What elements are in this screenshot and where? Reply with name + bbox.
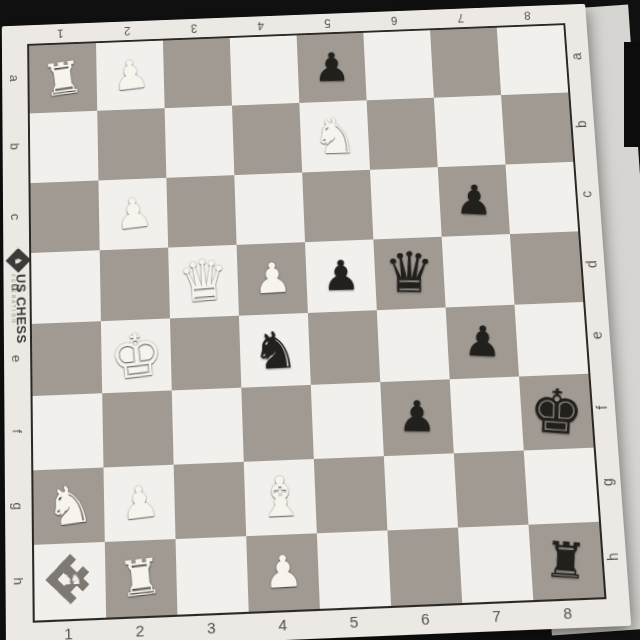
square-f4[interactable] [241,385,313,461]
square-d2[interactable] [100,247,170,321]
square-e2[interactable]: ♚ [101,318,172,393]
square-d6[interactable]: ♛ [373,237,445,311]
square-f2[interactable] [102,391,173,467]
square-h7[interactable] [458,524,533,603]
piece-white-rook-h2[interactable]: ♜ [117,551,165,605]
square-f1[interactable] [33,394,104,470]
square-b2[interactable] [97,108,166,180]
rank-label-8: 8 [494,6,562,25]
square-e3[interactable] [170,316,241,391]
corner-emblem-knights-icon: ♞♞ [61,571,79,587]
square-c3[interactable] [166,175,236,248]
piece-white-pawn-h4[interactable]: ♟ [262,549,303,595]
square-f7[interactable] [450,377,524,453]
square-c5[interactable] [302,169,373,242]
piece-white-queen-d3[interactable]: ♛ [176,251,231,311]
square-f6[interactable]: ♟ [380,380,454,456]
square-e8[interactable] [514,302,588,377]
piece-white-pawn-c2[interactable]: ♟ [113,191,154,236]
rank-label-7: 7 [427,8,495,27]
piece-white-pawn-g2[interactable]: ♟ [118,479,161,527]
square-e4[interactable]: ♞ [239,313,311,388]
square-d1[interactable] [31,250,101,324]
square-a3[interactable] [163,38,232,108]
piece-white-knight-b5[interactable]: ♞ [311,111,357,161]
square-b4[interactable] [232,103,302,174]
square-d5[interactable]: ♟ [305,239,377,313]
square-c2[interactable]: ♟ [98,177,168,250]
square-b8[interactable] [501,93,573,164]
square-c4[interactable] [234,172,305,245]
square-d4[interactable]: ♟ [237,242,308,316]
piece-black-knight-e4[interactable]: ♞ [251,324,300,377]
rank-label-2: 2 [94,21,161,40]
square-a8[interactable] [497,25,568,95]
square-h2[interactable]: ♜ [105,539,178,618]
square-a6[interactable] [363,30,434,100]
square-h6[interactable] [387,527,462,606]
piece-black-pawn-f6[interactable]: ♟ [398,396,436,439]
rank-label-5: 5 [294,13,361,32]
square-b7[interactable] [434,95,506,166]
piece-white-knight-g1[interactable]: ♞ [43,476,96,535]
square-e7[interactable]: ♟ [446,305,519,380]
square-e6[interactable] [377,307,450,382]
us-chess-shield-icon: ♞ [6,248,31,273]
square-e1[interactable] [32,321,102,396]
square-h8[interactable]: ♜ [528,522,604,601]
square-a5[interactable]: ♟ [297,33,367,103]
square-h4[interactable]: ♟ [246,533,320,612]
rank-label-4: 4 [227,16,294,35]
square-a2[interactable]: ♟ [96,41,165,111]
rank-label-3: 3 [161,19,228,38]
square-g6[interactable] [384,453,458,530]
square-c8[interactable] [505,161,578,233]
square-b6[interactable] [367,98,438,169]
square-h3[interactable] [176,536,249,615]
square-g8[interactable] [524,447,599,524]
piece-white-bishop-g4[interactable]: ♝ [255,468,306,525]
piece-black-pawn-d5[interactable]: ♟ [321,255,360,297]
square-a4[interactable] [230,35,300,105]
piece-black-rook-h8[interactable]: ♜ [544,535,589,587]
rank-label-1: 1 [27,24,94,43]
square-d3[interactable]: ♛ [168,245,239,319]
square-b1[interactable] [30,111,99,183]
square-g5[interactable] [314,456,388,533]
piece-black-queen-d6[interactable]: ♛ [384,245,435,301]
square-a7[interactable] [430,28,501,98]
square-b3[interactable] [165,106,235,178]
shield-knight-icon: ♞ [13,257,23,263]
square-b5[interactable]: ♞ [299,101,370,172]
square-g2[interactable]: ♟ [103,464,175,542]
board-grid: ♜♟♟♞♟♟♛♟♟♛♚♞♟♟♚♞♟♝♞♞♜♟♜ [27,23,606,623]
square-g3[interactable] [174,461,247,538]
piece-black-king-f8[interactable]: ♚ [528,380,585,444]
square-d7[interactable] [442,234,515,308]
square-c1[interactable] [30,180,99,253]
background-gap [624,42,640,147]
square-g7[interactable] [454,450,529,527]
piece-black-pawn-c7[interactable]: ♟ [455,179,493,221]
brand-name: US CHESS [14,274,28,344]
piece-white-king-e2[interactable]: ♚ [106,323,166,389]
piece-black-pawn-a5[interactable]: ♟ [313,48,351,88]
square-c6[interactable] [370,167,442,240]
square-a1[interactable]: ♜ [29,43,97,114]
piece-white-rook-a1[interactable]: ♜ [40,54,86,104]
photo-scene: 12345678 12345678 abcdefgh abcdefgh ♞ US… [0,0,640,640]
square-e5[interactable] [308,310,380,385]
square-f5[interactable] [311,382,384,458]
square-d8[interactable] [510,231,583,305]
square-g1[interactable]: ♞ [33,467,105,545]
square-f8[interactable]: ♚ [519,374,594,450]
square-f3[interactable] [172,388,244,464]
square-c7[interactable]: ♟ [438,164,510,236]
us-chess-corner-emblem: ♞♞ [45,554,95,605]
chess-board: 12345678 12345678 abcdefgh abcdefgh ♞ US… [2,4,631,640]
us-chess-federation-logo: ♞ US CHESS FEDERATION [7,251,30,363]
square-h1[interactable]: ♞♞ [34,542,106,621]
piece-white-pawn-a2[interactable]: ♟ [110,54,151,97]
square-g4[interactable]: ♝ [244,458,317,535]
square-h5[interactable] [317,530,391,609]
brand-subtitle: FEDERATION [10,274,15,344]
rank-label-6: 6 [360,11,428,30]
piece-black-pawn-e7[interactable]: ♟ [463,320,502,363]
piece-white-pawn-d4[interactable]: ♟ [252,257,292,300]
